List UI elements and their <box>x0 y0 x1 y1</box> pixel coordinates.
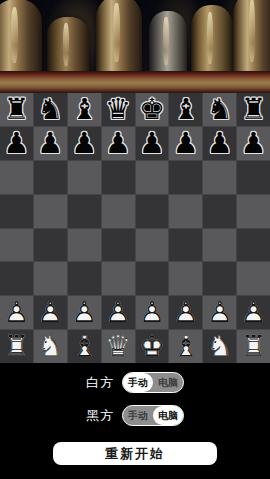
square-c6[interactable] <box>68 161 101 194</box>
square-a6[interactable] <box>0 161 33 194</box>
square-d1[interactable]: ♛♕ <box>102 330 135 363</box>
white-side-label: 白方 <box>86 374 114 392</box>
square-f5[interactable] <box>169 195 202 228</box>
square-a4[interactable] <box>0 229 33 262</box>
piece-outline-glyph: ♗ <box>68 330 101 363</box>
square-b8[interactable]: ♞ <box>34 93 67 126</box>
square-g1[interactable]: ♞♘ <box>203 330 236 363</box>
piece-white-bishop: ♝♗ <box>68 330 101 363</box>
piece-outline-glyph: ♔ <box>136 330 169 363</box>
square-e8[interactable]: ♚ <box>136 93 169 126</box>
photo-chess-piece <box>47 17 89 75</box>
square-h2[interactable]: ♟♙ <box>237 296 270 329</box>
white-computer-option[interactable]: 电脑 <box>153 373 183 392</box>
piece-white-pawn: ♟♙ <box>237 296 270 329</box>
piece-black-bishop: ♝ <box>71 95 97 124</box>
square-d2[interactable]: ♟♙ <box>102 296 135 329</box>
piece-white-pawn: ♟♙ <box>68 296 101 329</box>
piece-black-pawn: ♟ <box>105 129 131 158</box>
square-d4[interactable] <box>102 229 135 262</box>
piece-black-king: ♚ <box>139 95 165 124</box>
square-g6[interactable] <box>203 161 236 194</box>
restart-button[interactable]: 重新开始 <box>53 442 217 465</box>
piece-black-pawn: ♟ <box>241 129 267 158</box>
piece-black-pawn: ♟ <box>207 129 233 158</box>
piece-white-knight: ♞♘ <box>203 330 236 363</box>
square-f1[interactable]: ♝♗ <box>169 330 202 363</box>
piece-outline-glyph: ♙ <box>0 296 33 329</box>
black-side-label: 黑方 <box>86 407 114 425</box>
piece-black-knight: ♞ <box>207 95 233 124</box>
square-a8[interactable]: ♜ <box>0 93 33 126</box>
square-d5[interactable] <box>102 195 135 228</box>
square-b6[interactable] <box>34 161 67 194</box>
square-b2[interactable]: ♟♙ <box>34 296 67 329</box>
piece-outline-glyph: ♙ <box>203 296 236 329</box>
square-d6[interactable] <box>102 161 135 194</box>
square-c7[interactable]: ♟ <box>68 127 101 160</box>
square-a5[interactable] <box>0 195 33 228</box>
black-computer-option[interactable]: 电脑 <box>153 406 183 425</box>
white-side-mode-toggle: 手动 电脑 <box>122 372 184 393</box>
square-g7[interactable]: ♟ <box>203 127 236 160</box>
square-e6[interactable] <box>136 161 169 194</box>
square-c3[interactable] <box>68 262 101 295</box>
piece-outline-glyph: ♙ <box>102 296 135 329</box>
piece-black-pawn: ♟ <box>71 129 97 158</box>
piece-outline-glyph: ♙ <box>169 296 202 329</box>
square-h1[interactable]: ♜♖ <box>237 330 270 363</box>
square-g5[interactable] <box>203 195 236 228</box>
piece-white-knight: ♞♘ <box>34 330 67 363</box>
piece-black-pawn: ♟ <box>139 129 165 158</box>
piece-outline-glyph: ♙ <box>237 296 270 329</box>
header-photo <box>0 0 270 93</box>
piece-white-rook: ♜♖ <box>237 330 270 363</box>
square-c2[interactable]: ♟♙ <box>68 296 101 329</box>
piece-black-pawn: ♟ <box>37 129 63 158</box>
piece-black-pawn: ♟ <box>173 129 199 158</box>
white-side-row: 白方 手动 电脑 <box>0 372 270 393</box>
chess-board: ♜♞♝♛♚♝♞♜♟♟♟♟♟♟♟♟♟♙♟♙♟♙♟♙♟♙♟♙♟♙♟♙♜♖♞♘♝♗♛♕… <box>0 93 270 363</box>
square-b5[interactable] <box>34 195 67 228</box>
square-e5[interactable] <box>136 195 169 228</box>
square-e2[interactable]: ♟♙ <box>136 296 169 329</box>
square-g2[interactable]: ♟♙ <box>203 296 236 329</box>
piece-outline-glyph: ♙ <box>68 296 101 329</box>
square-e4[interactable] <box>136 229 169 262</box>
photo-chess-piece <box>0 0 42 75</box>
piece-outline-glyph: ♕ <box>102 330 135 363</box>
square-a2[interactable]: ♟♙ <box>0 296 33 329</box>
square-g4[interactable] <box>203 229 236 262</box>
piece-white-pawn: ♟♙ <box>136 296 169 329</box>
square-a7[interactable]: ♟ <box>0 127 33 160</box>
black-manual-option[interactable]: 手动 <box>123 406 153 425</box>
square-f8[interactable]: ♝ <box>169 93 202 126</box>
square-c4[interactable] <box>68 229 101 262</box>
square-h3[interactable] <box>237 262 270 295</box>
photo-chess-piece <box>149 11 187 75</box>
piece-outline-glyph: ♗ <box>169 330 202 363</box>
piece-white-queen: ♛♕ <box>102 330 135 363</box>
square-f4[interactable] <box>169 229 202 262</box>
piece-outline-glyph: ♘ <box>203 330 236 363</box>
square-h8[interactable]: ♜ <box>237 93 270 126</box>
chess-app: ♜♞♝♛♚♝♞♜♟♟♟♟♟♟♟♟♟♙♟♙♟♙♟♙♟♙♟♙♟♙♟♙♜♖♞♘♝♗♛♕… <box>0 0 270 479</box>
piece-white-pawn: ♟♙ <box>0 296 33 329</box>
black-side-row: 黑方 手动 电脑 <box>0 405 270 426</box>
black-side-mode-toggle: 手动 电脑 <box>122 405 184 426</box>
piece-black-knight: ♞ <box>37 95 63 124</box>
square-b7[interactable]: ♟ <box>34 127 67 160</box>
piece-black-rook: ♜ <box>241 95 267 124</box>
piece-white-rook: ♜♖ <box>0 330 33 363</box>
piece-outline-glyph: ♙ <box>34 296 67 329</box>
square-f6[interactable] <box>169 161 202 194</box>
square-e7[interactable]: ♟ <box>136 127 169 160</box>
square-b1[interactable]: ♞♘ <box>34 330 67 363</box>
piece-black-pawn: ♟ <box>3 129 29 158</box>
piece-outline-glyph: ♘ <box>34 330 67 363</box>
square-c1[interactable]: ♝♗ <box>68 330 101 363</box>
square-d3[interactable] <box>102 262 135 295</box>
photo-chess-piece <box>191 5 233 75</box>
white-manual-option[interactable]: 手动 <box>123 373 153 392</box>
piece-outline-glyph: ♖ <box>0 330 33 363</box>
piece-white-king: ♚♔ <box>136 330 169 363</box>
square-f2[interactable]: ♟♙ <box>169 296 202 329</box>
piece-white-pawn: ♟♙ <box>169 296 202 329</box>
piece-black-rook: ♜ <box>3 95 29 124</box>
piece-white-pawn: ♟♙ <box>102 296 135 329</box>
square-h5[interactable] <box>237 195 270 228</box>
photo-chess-piece <box>233 0 270 75</box>
piece-white-pawn: ♟♙ <box>203 296 236 329</box>
piece-white-pawn: ♟♙ <box>34 296 67 329</box>
photo-chess-piece <box>96 0 142 75</box>
square-f3[interactable] <box>169 262 202 295</box>
square-a1[interactable]: ♜♖ <box>0 330 33 363</box>
piece-black-queen: ♛ <box>105 95 131 124</box>
square-a3[interactable] <box>0 262 33 295</box>
square-g3[interactable] <box>203 262 236 295</box>
square-c8[interactable]: ♝ <box>68 93 101 126</box>
square-e1[interactable]: ♚♔ <box>136 330 169 363</box>
square-h7[interactable]: ♟ <box>237 127 270 160</box>
square-c5[interactable] <box>68 195 101 228</box>
piece-black-bishop: ♝ <box>173 95 199 124</box>
square-b4[interactable] <box>34 229 67 262</box>
square-b3[interactable] <box>34 262 67 295</box>
photo-wooden-board-edge <box>0 71 270 93</box>
piece-white-bishop: ♝♗ <box>169 330 202 363</box>
square-f7[interactable]: ♟ <box>169 127 202 160</box>
square-h6[interactable] <box>237 161 270 194</box>
square-d8[interactable]: ♛ <box>102 93 135 126</box>
piece-outline-glyph: ♖ <box>237 330 270 363</box>
piece-outline-glyph: ♙ <box>136 296 169 329</box>
square-d7[interactable]: ♟ <box>102 127 135 160</box>
square-h4[interactable] <box>237 229 270 262</box>
square-e3[interactable] <box>136 262 169 295</box>
square-g8[interactable]: ♞ <box>203 93 236 126</box>
